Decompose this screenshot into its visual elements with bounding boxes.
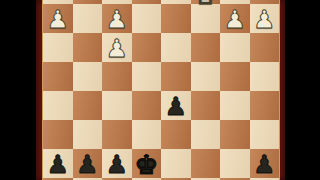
black-pawn-a2: ♟ [47,152,69,177]
video-frame: ♚♟♟♟♟♟♟♟♟♟♚♟ [0,0,320,180]
square-e1 [161,178,191,180]
square-f4 [191,91,221,120]
square-b5 [73,62,103,91]
square-b7 [73,4,103,33]
square-b2: ♟ [73,149,103,178]
square-f6 [191,33,221,62]
square-b3 [73,120,103,149]
chess-board: ♚♟♟♟♟♟♟♟♟♟♚♟ [43,0,279,180]
square-g1 [220,178,250,180]
white-pawn-c6: ♟ [106,36,128,61]
square-b6 [73,33,103,62]
square-f3 [191,120,221,149]
black-king-d2: ♚ [134,151,158,178]
white-pawn-c7: ♟ [106,7,128,32]
square-c4 [102,91,132,120]
square-a3 [43,120,73,149]
square-h3 [250,120,280,149]
letterbox-left [0,0,36,180]
square-f2 [191,149,221,178]
square-g5 [220,62,250,91]
square-a7: ♟ [43,4,73,33]
square-c7: ♟ [102,4,132,33]
square-d6 [132,33,162,62]
square-f1 [191,178,221,180]
black-pawn-e4: ♟ [165,94,187,119]
square-f5 [191,62,221,91]
square-h2: ♟ [250,149,280,178]
square-e3 [161,120,191,149]
black-pawn-c2: ♟ [106,152,128,177]
square-c6: ♟ [102,33,132,62]
square-f8: ♚ [191,0,221,4]
square-d5 [132,62,162,91]
square-b4 [73,91,103,120]
white-pawn-h7: ♟ [253,7,275,32]
white-pawn-g7: ♟ [224,7,246,32]
square-a6 [43,33,73,62]
square-c5 [102,62,132,91]
square-g3 [220,120,250,149]
square-c3 [102,120,132,149]
square-h7: ♟ [250,4,280,33]
square-g6 [220,33,250,62]
square-e4: ♟ [161,91,191,120]
white-pawn-a7: ♟ [47,7,69,32]
square-d3 [132,120,162,149]
board-frame: ♚♟♟♟♟♟♟♟♟♟♚♟ [36,0,285,180]
letterbox-right [285,0,320,180]
square-d2: ♚ [132,149,162,178]
square-e7 [161,4,191,33]
black-pawn-h2: ♟ [253,152,275,177]
square-e5 [161,62,191,91]
square-e6 [161,33,191,62]
square-a2: ♟ [43,149,73,178]
square-c2: ♟ [102,149,132,178]
square-d4 [132,91,162,120]
square-a5 [43,62,73,91]
square-h6 [250,33,280,62]
square-e2 [161,149,191,178]
square-g7: ♟ [220,4,250,33]
square-d7 [132,4,162,33]
square-h5 [250,62,280,91]
square-h4 [250,91,280,120]
square-a4 [43,91,73,120]
square-g4 [220,91,250,120]
square-g2 [220,149,250,178]
black-pawn-b2: ♟ [76,152,98,177]
white-king-f8: ♚ [193,0,217,8]
